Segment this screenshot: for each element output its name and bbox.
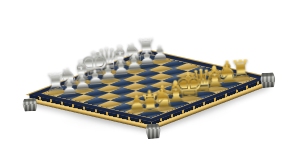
board-perspective-wrapper: ♜♞♝♛♚♝♞♜♟♟♟♟♟♟♟♟♟♟♟♟♟♟♟♟♜♞♝♛♚♝♞♜: [0, 0, 290, 142]
white-pawn[interactable]: ♟: [60, 77, 79, 98]
chess-set-photo: ♜♞♝♛♚♝♞♜♟♟♟♟♟♟♟♟♟♟♟♟♟♟♟♟♜♞♝♛♚♝♞♜: [0, 0, 290, 142]
black-rook[interactable]: ♜: [139, 91, 162, 116]
pieces-layer: ♜♞♝♛♚♝♞♜♟♟♟♟♟♟♟♟♟♟♟♟♟♟♟♟♜♞♝♛♚♝♞♜: [0, 0, 290, 142]
